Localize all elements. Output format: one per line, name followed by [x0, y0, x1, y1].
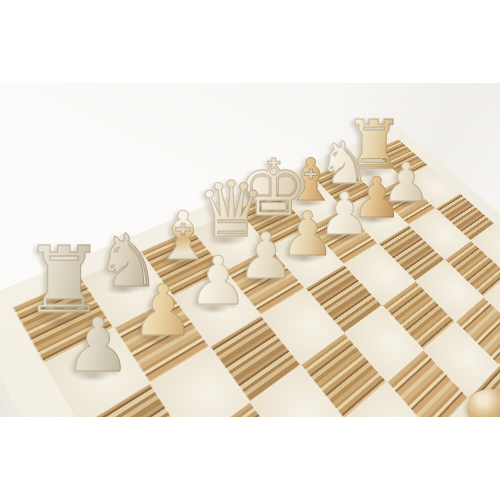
photo-stage: ♜♞♝♛♚♝♞♜♟♟♟♟♟♟♟♟	[0, 83, 500, 417]
pawn-glyph: ♟	[188, 251, 248, 313]
pawn-glyph: ♟	[131, 279, 194, 344]
letterbox-top	[0, 0, 500, 83]
product-photo: ♜♞♝♛♚♝♞♜♟♟♟♟♟♟♟♟	[0, 83, 500, 417]
white-pawn-b2: ♟	[131, 279, 194, 344]
photo-canvas: ♜♞♝♛♚♝♞♜♟♟♟♟♟♟♟♟	[0, 0, 500, 500]
letterbox-bottom	[0, 417, 500, 500]
white-pawn-c2: ♟	[188, 251, 248, 313]
white-pawn-a2: ♟	[65, 312, 132, 380]
pawn-glyph: ♟	[65, 312, 132, 380]
